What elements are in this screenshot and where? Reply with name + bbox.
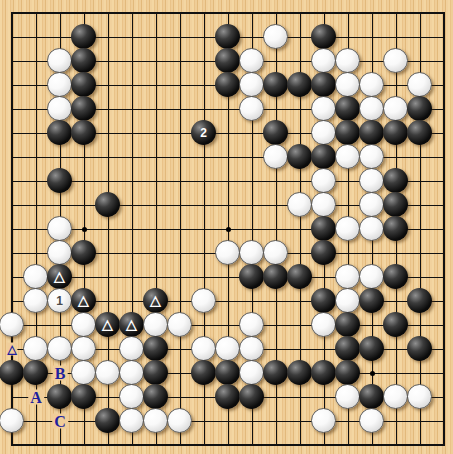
- stone-black: [311, 72, 336, 97]
- stone-black: [407, 120, 432, 145]
- stone-white: [359, 216, 384, 241]
- stone-white: [215, 336, 240, 361]
- stone-black: [311, 240, 336, 265]
- stone-black: [239, 384, 264, 409]
- stone-black: [335, 96, 360, 121]
- stone-white: [239, 72, 264, 97]
- stone-black: 2: [191, 120, 216, 145]
- triangle-mark-icon: △: [126, 317, 137, 331]
- stone-black: △: [95, 312, 120, 337]
- stone-black: [95, 408, 120, 433]
- stone-black: [143, 336, 168, 361]
- stone-black: [215, 48, 240, 73]
- stone-white: [311, 120, 336, 145]
- stone-white: [407, 384, 432, 409]
- stone-black: [287, 264, 312, 289]
- stone-white: [143, 408, 168, 433]
- stone-white: [335, 72, 360, 97]
- stone-white: [239, 48, 264, 73]
- go-board[interactable]: 2△1△△△△△BAC: [0, 0, 453, 454]
- point-triangle-mark: △: [6, 343, 17, 356]
- stone-white: [71, 360, 96, 385]
- point-letter-label: C: [52, 414, 68, 429]
- stone-black: [407, 96, 432, 121]
- stone-black: [47, 120, 72, 145]
- stone-black: [263, 360, 288, 385]
- stone-white: [71, 312, 96, 337]
- stone-white: [47, 96, 72, 121]
- stone-white: [311, 168, 336, 193]
- stone-black: [71, 72, 96, 97]
- stone-white: [335, 216, 360, 241]
- stone-white: [311, 312, 336, 337]
- grid-line-horizontal: [11, 444, 445, 446]
- stone-white: [263, 144, 288, 169]
- stone-black: [263, 72, 288, 97]
- stone-white: [263, 240, 288, 265]
- stone-white: [359, 168, 384, 193]
- stone-black: [311, 360, 336, 385]
- stone-white: [311, 408, 336, 433]
- stone-white: [239, 360, 264, 385]
- stone-white: [191, 288, 216, 313]
- stone-black: [0, 360, 24, 385]
- stone-white: [47, 72, 72, 97]
- stone-black: [71, 120, 96, 145]
- stone-white: [311, 192, 336, 217]
- stone-black: [95, 192, 120, 217]
- stone-black: △: [119, 312, 144, 337]
- stone-white: 1: [47, 288, 72, 313]
- stone-black: [215, 24, 240, 49]
- stone-white: [383, 96, 408, 121]
- grid-line-vertical: [443, 12, 445, 446]
- stone-white: [239, 96, 264, 121]
- stone-black: [71, 384, 96, 409]
- stone-black: [143, 360, 168, 385]
- triangle-mark-icon: △: [102, 317, 113, 331]
- stone-black: [191, 360, 216, 385]
- stone-black: [215, 384, 240, 409]
- stone-white: [23, 264, 48, 289]
- stone-white: [119, 384, 144, 409]
- star-point: [226, 227, 231, 232]
- stone-number-label: 1: [56, 295, 63, 307]
- stone-black: [359, 288, 384, 313]
- stone-white: [0, 312, 24, 337]
- stone-white: [335, 288, 360, 313]
- stone-white: [23, 288, 48, 313]
- stone-white: [383, 48, 408, 73]
- stone-black: [287, 360, 312, 385]
- stone-black: [47, 168, 72, 193]
- stone-white: [95, 360, 120, 385]
- stone-white: [167, 312, 192, 337]
- stone-white: [335, 144, 360, 169]
- triangle-mark-icon: △: [78, 293, 89, 307]
- stone-black: [311, 24, 336, 49]
- stone-black: [407, 336, 432, 361]
- stone-black: [71, 240, 96, 265]
- triangle-mark-icon: △: [150, 293, 161, 307]
- stone-black: [311, 216, 336, 241]
- stone-number-label: 2: [200, 127, 207, 139]
- stone-white: [359, 96, 384, 121]
- stone-white: [359, 264, 384, 289]
- stone-white: [191, 336, 216, 361]
- stone-white: [335, 384, 360, 409]
- stone-black: [383, 168, 408, 193]
- stone-white: [359, 408, 384, 433]
- stone-black: [311, 288, 336, 313]
- stone-black: [143, 384, 168, 409]
- stone-black: [71, 96, 96, 121]
- stone-black: [71, 48, 96, 73]
- point-letter-label: A: [28, 390, 44, 405]
- stone-black: [383, 312, 408, 337]
- stone-white: [263, 24, 288, 49]
- triangle-mark-icon: △: [54, 269, 65, 283]
- stone-black: [311, 144, 336, 169]
- stone-black: [335, 120, 360, 145]
- stone-black: [383, 120, 408, 145]
- stone-black: [239, 264, 264, 289]
- stone-black: △: [143, 288, 168, 313]
- stone-black: [383, 264, 408, 289]
- stone-black: [23, 360, 48, 385]
- stone-white: [71, 336, 96, 361]
- stone-white: [359, 144, 384, 169]
- stone-white: [47, 216, 72, 241]
- stone-white: [215, 240, 240, 265]
- stone-white: [407, 72, 432, 97]
- stone-white: [383, 384, 408, 409]
- stone-black: [407, 288, 432, 313]
- stone-black: [287, 144, 312, 169]
- stone-white: [239, 240, 264, 265]
- stone-black: △: [71, 288, 96, 313]
- stone-black: [383, 216, 408, 241]
- stone-black: [47, 384, 72, 409]
- stone-black: [335, 312, 360, 337]
- stone-white: [143, 312, 168, 337]
- stone-black: [287, 72, 312, 97]
- stone-black: [359, 336, 384, 361]
- stone-white: [47, 48, 72, 73]
- stone-black: [335, 360, 360, 385]
- stone-white: [119, 408, 144, 433]
- stone-white: [119, 360, 144, 385]
- stone-white: [335, 264, 360, 289]
- star-point: [370, 371, 375, 376]
- stone-black: [359, 384, 384, 409]
- stone-black: △: [47, 264, 72, 289]
- stone-black: [263, 264, 288, 289]
- stone-black: [215, 360, 240, 385]
- stone-white: [239, 336, 264, 361]
- stone-black: [71, 24, 96, 49]
- stone-white: [239, 312, 264, 337]
- point-letter-label: B: [53, 366, 68, 381]
- stone-white: [47, 240, 72, 265]
- stone-white: [359, 192, 384, 217]
- stone-white: [47, 336, 72, 361]
- stone-white: [287, 192, 312, 217]
- stone-white: [119, 336, 144, 361]
- stone-black: [335, 336, 360, 361]
- stone-black: [359, 120, 384, 145]
- stone-white: [23, 336, 48, 361]
- stone-white: [0, 408, 24, 433]
- stone-white: [359, 72, 384, 97]
- stone-white: [335, 48, 360, 73]
- stone-white: [167, 408, 192, 433]
- stone-black: [263, 120, 288, 145]
- stone-black: [215, 72, 240, 97]
- stone-white: [311, 96, 336, 121]
- stone-white: [311, 48, 336, 73]
- star-point: [82, 227, 87, 232]
- stone-black: [383, 192, 408, 217]
